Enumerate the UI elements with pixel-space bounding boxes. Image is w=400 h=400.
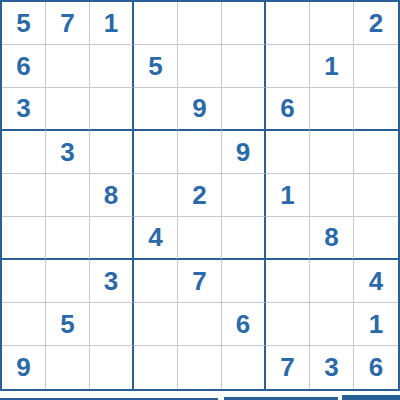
sudoku-cell-r5c7[interactable]: 1 [266, 174, 310, 217]
sudoku-cell-r8c9[interactable]: 1 [354, 303, 398, 346]
sudoku-cell-r6c9[interactable] [354, 217, 398, 260]
sudoku-cell-r4c2[interactable]: 3 [46, 131, 90, 174]
sudoku-cell-r2c8[interactable]: 1 [310, 45, 354, 88]
sudoku-cell-r5c9[interactable] [354, 174, 398, 217]
sudoku-cell-r3c8[interactable] [310, 88, 354, 131]
sudoku-cell-r7c6[interactable] [222, 260, 266, 303]
sudoku-cell-r7c1[interactable] [2, 260, 46, 303]
sudoku-cell-r6c1[interactable] [2, 217, 46, 260]
sudoku-cell-r5c5[interactable]: 2 [178, 174, 222, 217]
sudoku-cell-r2c3[interactable] [90, 45, 134, 88]
sudoku-cell-r1c4[interactable] [134, 2, 178, 45]
sudoku-cell-r7c7[interactable] [266, 260, 310, 303]
sudoku-cell-r9c7[interactable]: 7 [266, 346, 310, 389]
sudoku-cell-r8c4[interactable] [134, 303, 178, 346]
sudoku-cell-r5c3[interactable]: 8 [90, 174, 134, 217]
sudoku-cell-r3c1[interactable]: 3 [2, 88, 46, 131]
sudoku-cell-r9c3[interactable] [90, 346, 134, 389]
sudoku-cell-r9c6[interactable] [222, 346, 266, 389]
sudoku-cell-r7c5[interactable]: 7 [178, 260, 222, 303]
sudoku-cell-r6c4[interactable]: 4 [134, 217, 178, 260]
sudoku-cell-r6c5[interactable] [178, 217, 222, 260]
sudoku-cell-r1c9[interactable]: 2 [354, 2, 398, 45]
sudoku-cell-r3c5[interactable]: 9 [178, 88, 222, 131]
sudoku-cell-r3c2[interactable] [46, 88, 90, 131]
sudoku-cell-r6c2[interactable] [46, 217, 90, 260]
sudoku-cell-r8c7[interactable] [266, 303, 310, 346]
sudoku-cell-r1c7[interactable] [266, 2, 310, 45]
sudoku-cell-r3c7[interactable]: 6 [266, 88, 310, 131]
sudoku-page: 571265139639821483745619736 [0, 0, 400, 400]
sudoku-cell-r2c4[interactable]: 5 [134, 45, 178, 88]
sudoku-cell-r7c4[interactable] [134, 260, 178, 303]
sudoku-cell-r5c8[interactable] [310, 174, 354, 217]
sudoku-cell-r7c3[interactable]: 3 [90, 260, 134, 303]
sudoku-cell-r2c2[interactable] [46, 45, 90, 88]
sudoku-cell-r6c7[interactable] [266, 217, 310, 260]
sudoku-cell-r5c1[interactable] [2, 174, 46, 217]
sudoku-cell-r7c9[interactable]: 4 [354, 260, 398, 303]
sudoku-cell-r6c6[interactable] [222, 217, 266, 260]
cropped-element-fragment-right [342, 395, 400, 400]
sudoku-cell-r6c3[interactable] [90, 217, 134, 260]
sudoku-cell-r5c6[interactable] [222, 174, 266, 217]
sudoku-cell-r1c5[interactable] [178, 2, 222, 45]
sudoku-cell-r7c2[interactable] [46, 260, 90, 303]
sudoku-cell-r1c3[interactable]: 1 [90, 2, 134, 45]
sudoku-cell-r2c1[interactable]: 6 [2, 45, 46, 88]
sudoku-cell-r4c8[interactable] [310, 131, 354, 174]
sudoku-cell-r1c6[interactable] [222, 2, 266, 45]
sudoku-cell-r2c6[interactable] [222, 45, 266, 88]
sudoku-cell-r2c9[interactable] [354, 45, 398, 88]
sudoku-cell-r5c2[interactable] [46, 174, 90, 217]
sudoku-board: 571265139639821483745619736 [0, 0, 400, 391]
sudoku-cell-r8c8[interactable] [310, 303, 354, 346]
sudoku-cell-r9c4[interactable] [134, 346, 178, 389]
sudoku-cell-r4c3[interactable] [90, 131, 134, 174]
sudoku-cell-r3c9[interactable] [354, 88, 398, 131]
sudoku-cell-r8c1[interactable] [2, 303, 46, 346]
sudoku-cell-r9c5[interactable] [178, 346, 222, 389]
sudoku-cell-r1c8[interactable] [310, 2, 354, 45]
sudoku-cell-r6c8[interactable]: 8 [310, 217, 354, 260]
sudoku-cell-r9c1[interactable]: 9 [2, 346, 46, 389]
sudoku-cell-r9c9[interactable]: 6 [354, 346, 398, 389]
sudoku-cell-r4c6[interactable]: 9 [222, 131, 266, 174]
sudoku-cell-r5c4[interactable] [134, 174, 178, 217]
sudoku-cell-r4c7[interactable] [266, 131, 310, 174]
sudoku-cell-r9c8[interactable]: 3 [310, 346, 354, 389]
sudoku-cell-r4c4[interactable] [134, 131, 178, 174]
sudoku-cell-r8c5[interactable] [178, 303, 222, 346]
sudoku-cell-r2c7[interactable] [266, 45, 310, 88]
sudoku-cell-r1c2[interactable]: 7 [46, 2, 90, 45]
sudoku-cell-r3c3[interactable] [90, 88, 134, 131]
sudoku-cell-r4c5[interactable] [178, 131, 222, 174]
sudoku-cell-r3c6[interactable] [222, 88, 266, 131]
sudoku-cell-r9c2[interactable] [46, 346, 90, 389]
sudoku-cell-r3c4[interactable] [134, 88, 178, 131]
sudoku-cell-r1c1[interactable]: 5 [2, 2, 46, 45]
sudoku-cell-r4c1[interactable] [2, 131, 46, 174]
sudoku-cell-r7c8[interactable] [310, 260, 354, 303]
sudoku-cell-r4c9[interactable] [354, 131, 398, 174]
sudoku-cell-r8c3[interactable] [90, 303, 134, 346]
sudoku-cell-r8c2[interactable]: 5 [46, 303, 90, 346]
sudoku-cell-r2c5[interactable] [178, 45, 222, 88]
sudoku-cell-r8c6[interactable]: 6 [222, 303, 266, 346]
